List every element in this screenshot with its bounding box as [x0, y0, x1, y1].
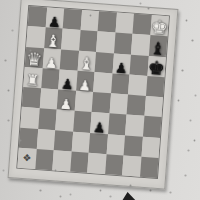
square-b1: [35, 149, 54, 170]
square-f1: [105, 154, 124, 175]
square-h1: [140, 156, 159, 177]
square-a6: ♛: [25, 46, 44, 67]
square-d1: [70, 151, 89, 172]
square-d2: [71, 131, 90, 152]
square-c6: [60, 49, 79, 70]
photo-scene: ♟♚♝♝♛♟♝♟♚♜♟♟♟♟❖: [0, 0, 200, 200]
square-b3: [38, 108, 57, 129]
square-c8: [63, 9, 82, 30]
piece-tip-at-edge: [121, 191, 136, 200]
square-a2: [19, 127, 38, 148]
square-e3: ♟: [90, 112, 109, 133]
square-a1: ❖: [17, 147, 36, 168]
square-c5: ♟: [58, 69, 77, 90]
maker-logo: ❖: [17, 147, 36, 168]
square-e6: [95, 52, 114, 73]
square-g7: [131, 34, 150, 55]
square-a8: [28, 6, 47, 27]
square-d3: [73, 111, 92, 132]
square-g4: [127, 95, 146, 116]
square-d8: [80, 10, 99, 31]
board-grid: ♟♚♝♝♛♟♝♟♚♜♟♟♟♟❖: [16, 5, 170, 179]
square-f2: [106, 134, 125, 155]
square-e2: [89, 132, 108, 153]
square-e5: [93, 72, 112, 93]
square-h2: [141, 136, 160, 157]
square-h6: ♚: [147, 55, 166, 76]
square-b6: ♟: [42, 48, 61, 69]
square-g6: [129, 54, 148, 75]
square-c7: [61, 29, 80, 50]
square-c2: [54, 130, 73, 151]
square-d4: [74, 91, 93, 112]
square-b7: ♝: [44, 28, 63, 49]
square-g5: [128, 74, 147, 95]
square-f5: [111, 73, 130, 94]
square-f7: [114, 33, 133, 54]
square-f3: [108, 113, 127, 134]
square-h3: [143, 116, 162, 137]
square-e8: [98, 11, 117, 32]
square-g8: [132, 14, 151, 35]
square-c3: [55, 110, 74, 131]
square-a7: [26, 26, 45, 47]
square-b2: [36, 129, 55, 150]
square-c1: [52, 150, 71, 171]
square-h5: [145, 76, 164, 97]
film-grain-layer: [0, 0, 1, 1]
square-g3: [125, 115, 144, 136]
square-a3: [20, 107, 39, 128]
chess-board: ♟♚♝♝♛♟♝♟♚♜♟♟♟♟❖: [8, 0, 179, 190]
square-g2: [124, 135, 143, 156]
square-g1: [122, 155, 141, 176]
square-e4: [92, 92, 111, 113]
square-f4: [109, 93, 128, 114]
square-e1: [87, 153, 106, 174]
square-h4: [144, 96, 163, 117]
square-b5: [41, 68, 60, 89]
square-c4: ♟: [57, 89, 76, 110]
square-f8: [115, 13, 134, 34]
film-grain-layer-top: [0, 0, 1, 1]
square-f6: ♟: [112, 53, 131, 74]
square-a4: [22, 87, 41, 108]
square-d7: [79, 30, 98, 51]
square-a5: ♜: [23, 67, 42, 88]
square-b4: [39, 88, 58, 109]
square-d5: ♟: [76, 71, 95, 92]
square-h8: ♚: [150, 15, 169, 36]
square-b8: ♟: [45, 7, 64, 28]
square-e7: [96, 31, 115, 52]
square-d6: ♝: [77, 50, 96, 71]
square-h7: ♝: [148, 35, 167, 56]
